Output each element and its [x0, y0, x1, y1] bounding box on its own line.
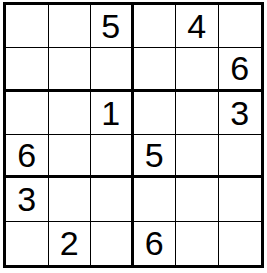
cell-r2c4[interactable]: [134, 48, 177, 91]
cell-r4c3[interactable]: [91, 135, 134, 178]
cell-r3c4[interactable]: [134, 92, 177, 135]
cell-r4c4[interactable]: 5: [134, 135, 177, 178]
cell-r3c1[interactable]: [6, 92, 49, 135]
cell-r5c4[interactable]: [134, 178, 177, 221]
cell-r4c5[interactable]: [176, 135, 219, 178]
cell-r6c1[interactable]: [6, 222, 49, 265]
cell-r4c1[interactable]: 6: [6, 135, 49, 178]
cell-r1c4[interactable]: [134, 5, 177, 48]
cell-r2c2[interactable]: [49, 48, 92, 91]
cell-r1c5[interactable]: 4: [176, 5, 219, 48]
cell-r5c5[interactable]: [176, 178, 219, 221]
cell-r5c3[interactable]: [91, 178, 134, 221]
cell-r3c3[interactable]: 1: [91, 92, 134, 135]
cell-r6c4[interactable]: 6: [134, 222, 177, 265]
cell-r6c5[interactable]: [176, 222, 219, 265]
cell-r3c2[interactable]: [49, 92, 92, 135]
cell-r5c2[interactable]: [49, 178, 92, 221]
cell-r2c5[interactable]: [176, 48, 219, 91]
sudoku-board: 5461365326: [3, 2, 264, 268]
cell-r3c5[interactable]: [176, 92, 219, 135]
cell-r3c6[interactable]: 3: [219, 92, 262, 135]
cell-r6c2[interactable]: 2: [49, 222, 92, 265]
cell-r6c3[interactable]: [91, 222, 134, 265]
cell-r1c3[interactable]: 5: [91, 5, 134, 48]
cell-r1c6[interactable]: [219, 5, 262, 48]
cell-r2c3[interactable]: [91, 48, 134, 91]
cell-r5c1[interactable]: 3: [6, 178, 49, 221]
cell-r2c6[interactable]: 6: [219, 48, 262, 91]
cell-r1c2[interactable]: [49, 5, 92, 48]
cell-r5c6[interactable]: [219, 178, 262, 221]
cell-r4c6[interactable]: [219, 135, 262, 178]
cell-r4c2[interactable]: [49, 135, 92, 178]
cell-r2c1[interactable]: [6, 48, 49, 91]
cell-r6c6[interactable]: [219, 222, 262, 265]
cell-r1c1[interactable]: [6, 5, 49, 48]
